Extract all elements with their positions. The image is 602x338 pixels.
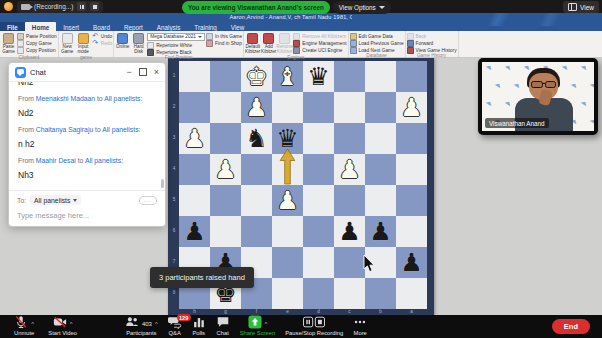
tab-home[interactable]: Home — [25, 22, 57, 31]
clipped-message: Nh2 — [18, 82, 156, 87]
square-h4[interactable] — [179, 154, 210, 185]
square-h6[interactable]: ♟ — [179, 216, 210, 247]
square-a2[interactable]: ♟ — [396, 92, 427, 123]
chat-icon — [15, 67, 26, 78]
view-options-label: View Options — [339, 4, 376, 11]
new-game-icon — [62, 33, 73, 44]
start-video-button[interactable]: ^Start Video — [48, 317, 77, 336]
view-button[interactable]: View — [563, 1, 599, 13]
square-d5[interactable] — [303, 185, 334, 216]
rank-label-4: 4 — [170, 166, 178, 171]
chevron-down-icon — [379, 6, 385, 9]
close-icon[interactable]: × — [154, 68, 159, 76]
sponsor-logo: ◥ — [561, 64, 567, 72]
tab-training[interactable]: Training — [187, 22, 224, 31]
square-e7[interactable] — [272, 247, 303, 278]
white-pawn: ♟ — [241, 92, 272, 123]
maximize-icon[interactable] — [139, 68, 147, 76]
qa-button[interactable]: Q&A129 — [168, 317, 182, 336]
tab-view[interactable]: View — [224, 22, 252, 31]
ribbon-button-paste-position[interactable]: Paste Position — [17, 33, 57, 39]
ribbon-button-copy-game[interactable]: Copy Game — [17, 40, 57, 46]
chat-message-header: From Maahir Desai to All panelists: — [18, 157, 156, 164]
recipient-name[interactable]: All panelists: — [102, 126, 140, 133]
square-e2[interactable] — [272, 92, 303, 123]
square-b5[interactable] — [365, 185, 396, 216]
default-kibitzer-icon — [247, 33, 258, 44]
unmute-button[interactable]: ^Unmute — [14, 317, 34, 336]
square-g3[interactable] — [210, 123, 241, 154]
square-d4[interactable] — [303, 154, 334, 185]
ribbon-button-input-mode[interactable]: Input mode — [76, 32, 91, 55]
glasses — [531, 81, 556, 88]
ribbon-button-add-kibitzer[interactable]: Add Kibitzer — [261, 32, 276, 55]
square-d3[interactable] — [303, 123, 334, 154]
copy-position-icon — [17, 47, 24, 54]
chevron-up-icon[interactable]: ^ — [31, 321, 34, 326]
chat-header[interactable]: Chat − × — [9, 63, 165, 82]
viewing-banner: You are viewing Viswanathan Anand's scre… — [182, 1, 330, 14]
square-c8[interactable] — [334, 278, 365, 309]
ribbon-button-repertoire-white[interactable]: Repertoire White — [147, 42, 205, 48]
ribbon-group-find-position: OnlineHard DiskMega Database 2021Reperto… — [114, 31, 244, 57]
forward-icon — [407, 40, 414, 47]
square-e8[interactable] — [272, 278, 303, 309]
square-a1[interactable] — [396, 61, 427, 92]
square-b6[interactable]: ♟ — [365, 216, 396, 247]
title-bar-decor — [352, 13, 602, 26]
sender-name[interactable]: Chaitanya Sagiraju — [36, 126, 93, 133]
square-h1[interactable] — [179, 61, 210, 92]
zoom-bottom-bar: ^Unmute^Start Video 403^ParticipantsQ&A1… — [0, 315, 602, 338]
chat-message-text: Nh3 — [18, 170, 156, 180]
ribbon-button-find-in-shop[interactable]: Find in Shop — [206, 40, 242, 46]
white-pawn: ♟ — [396, 92, 427, 123]
ribbon-button-load-previous-game[interactable]: Load Previous Game — [350, 40, 404, 46]
square-d8[interactable] — [303, 278, 334, 309]
square-d2[interactable] — [303, 92, 334, 123]
square-a7[interactable]: ♟ — [396, 247, 427, 278]
chevron-up-icon[interactable]: ^ — [155, 321, 158, 326]
redo-icon: ↷ — [92, 40, 99, 46]
video-tile[interactable]: ◥◥◥◥◥◥◥◥◥◥◥◥◥◥◥◥◥◥◥◥◥◥◥◥ Viswanathan Ana… — [478, 58, 598, 135]
add-kibitzer-icon — [263, 33, 274, 44]
participants-button[interactable]: 403^Participants — [125, 317, 158, 336]
chat-footer: To: All panelists ... Type message here.… — [9, 190, 165, 226]
pause-recording-button[interactable] — [77, 2, 86, 11]
square-f5[interactable] — [241, 185, 272, 216]
sponsor-logo: ◥ — [580, 64, 586, 72]
chevron-down-icon — [198, 36, 202, 38]
ribbon-group-clipboard: Paste GamePaste PositionCopy GameCopy Po… — [0, 31, 59, 57]
end-button[interactable]: End — [552, 319, 590, 334]
chat-scrollbar[interactable] — [161, 179, 164, 188]
tab-analysis[interactable]: Analysis — [150, 22, 187, 31]
recording-pill: (Recording...) — [17, 1, 103, 13]
square-a5[interactable] — [396, 185, 427, 216]
square-e1[interactable]: ♝ — [272, 61, 303, 92]
white-bishop: ♝ — [272, 61, 303, 92]
raised-hand-tooltip: 3 participants raised hand — [150, 267, 254, 288]
ribbon-group-engines: Default KibitzerAdd KibitzerRemove Kibit… — [244, 31, 348, 57]
black-queen: ♛ — [303, 61, 334, 92]
chat-message-text: Nd2 — [18, 108, 156, 118]
tab-report[interactable]: Report — [117, 22, 150, 31]
participant-count: 403 — [142, 321, 152, 327]
chat-message-header: From Meenakshi Madaan to All panelists: — [18, 95, 156, 102]
square-b3[interactable] — [365, 123, 396, 154]
square-h2[interactable] — [179, 92, 210, 123]
square-c4[interactable]: ♟ — [334, 154, 365, 185]
sponsor-logo: ◥ — [570, 82, 576, 90]
sponsor-logo: ◥ — [504, 100, 510, 108]
black-pawn: ♟ — [365, 216, 396, 247]
more-button[interactable]: More — [353, 317, 367, 336]
stop-recording-button[interactable] — [90, 2, 99, 11]
square-g5[interactable] — [210, 185, 241, 216]
ribbon-button-back[interactable]: Back — [407, 33, 457, 39]
square-b2[interactable] — [365, 92, 396, 123]
square-c3[interactable] — [334, 123, 365, 154]
chat-button[interactable]: Chat — [216, 317, 230, 336]
sponsor-logo: ◥ — [580, 100, 586, 108]
square-b1[interactable] — [365, 61, 396, 92]
video-feed: ◥◥◥◥◥◥◥◥◥◥◥◥◥◥◥◥◥◥◥◥◥◥◥◥ Viswanathan Ana… — [482, 62, 594, 131]
edit-game-data-icon — [350, 33, 357, 40]
white-pawn: ♟ — [210, 154, 241, 185]
ribbon-button-create-uci-engine[interactable]: Create UCI Engine — [293, 47, 346, 53]
sender-name[interactable]: Meenakshi Madaan — [36, 95, 95, 102]
paste-position-icon — [17, 33, 24, 40]
find-in-shop-icon — [206, 40, 213, 47]
to-label: To: — [17, 197, 26, 204]
participant-name-label: Viswanathan Anand — [485, 118, 549, 128]
chat-panel: Chat − × Nh2 From Meenakshi Madaan to Al… — [8, 62, 166, 227]
square-g2[interactable] — [210, 92, 241, 123]
square-h5[interactable] — [179, 185, 210, 216]
last-move-arrow — [279, 149, 296, 185]
app-title-bar: Aaron,Arvind - Anand,V, ch Tamil Nadu 19… — [0, 13, 602, 22]
square-a4[interactable] — [396, 154, 427, 185]
square-c5[interactable] — [334, 185, 365, 216]
square-b4[interactable] — [365, 154, 396, 185]
sponsor-logo: ◥ — [513, 82, 519, 90]
ribbon-button-paste-game[interactable]: Paste Game — [1, 32, 16, 55]
ribbon-group-game-history: BackForwardView Game HistoryGame History — [406, 31, 459, 57]
remove-all-kibitzers-icon — [293, 33, 300, 40]
recording-cluster: (Recording...) — [4, 1, 103, 12]
black-pawn: ♟ — [179, 216, 210, 247]
white-pawn: ♟ — [179, 123, 210, 154]
rank-label-6: 6 — [170, 228, 178, 233]
chat-more-button[interactable]: ... — [139, 196, 157, 205]
rank-label-7: 7 — [170, 259, 178, 264]
chat-message-header: From Chaitanya Sagiraju to All panelists… — [18, 126, 156, 133]
square-d1[interactable]: ♛ — [303, 61, 334, 92]
in-this-game-icon — [206, 33, 213, 40]
tab-insert[interactable]: Insert — [56, 22, 86, 31]
square-g4[interactable]: ♟ — [210, 154, 241, 185]
chevron-down-icon — [73, 199, 77, 202]
chat-message-text: n h2 — [18, 139, 156, 149]
chevron-up-icon[interactable]: ^ — [265, 321, 268, 326]
square-f2[interactable]: ♟ — [241, 92, 272, 123]
pause-stop-recording-button[interactable]: Pause/Stop Recording — [285, 317, 343, 336]
square-f1[interactable]: ♚ — [241, 61, 272, 92]
ribbon-button-engine-management[interactable]: Engine Management — [293, 40, 346, 46]
square-h3[interactable]: ♟ — [179, 123, 210, 154]
ribbon-button-remove-all-kibitzers[interactable]: Remove All Kibitzers — [293, 33, 346, 39]
ribbon-button-default-kibitzer[interactable]: Default Kibitzer — [245, 32, 260, 55]
square-c1[interactable] — [334, 61, 365, 92]
create-uci-engine-icon — [293, 47, 300, 54]
sponsor-logo: ◥ — [504, 64, 510, 72]
square-d7[interactable] — [303, 247, 334, 278]
white-pawn: ♟ — [334, 154, 365, 185]
square-b8[interactable] — [365, 278, 396, 309]
camera-icon — [21, 4, 30, 10]
sponsor-logo: ◥ — [485, 64, 491, 72]
recipient-value: All panelists — [34, 197, 70, 204]
rank-label-1: 1 — [170, 73, 178, 78]
black-pawn: ♟ — [396, 247, 427, 278]
ribbon-button-redo[interactable]: ↷Redo — [92, 40, 112, 46]
screen: { "zoom_top_bar": { "recording_label": "… — [0, 0, 602, 338]
square-e6[interactable] — [272, 216, 303, 247]
mouse-cursor — [363, 255, 375, 273]
recipient-name[interactable]: All panelists: — [85, 157, 123, 164]
paste-game-icon — [3, 33, 14, 44]
rank-label-2: 2 — [170, 104, 178, 109]
back-icon — [407, 33, 414, 40]
black-knight: ♞ — [241, 123, 272, 154]
sponsor-logo: ◥ — [485, 100, 491, 108]
copy-game-icon — [17, 40, 24, 47]
sponsor-logo: ◥ — [494, 82, 500, 90]
engine-management-icon — [293, 40, 300, 47]
black-pawn: ♟ — [334, 216, 365, 247]
ribbon-button-in-this-game[interactable]: In this Game — [206, 33, 242, 39]
rank-label-5: 5 — [170, 197, 178, 202]
sponsor-logo: ◥ — [589, 82, 594, 90]
square-a6[interactable] — [396, 216, 427, 247]
message-input[interactable]: Type message here... — [17, 211, 157, 220]
square-d6[interactable] — [303, 216, 334, 247]
recipient-dropdown[interactable]: All panelists — [30, 195, 81, 205]
online-icon — [117, 33, 128, 44]
square-a8[interactable] — [396, 278, 427, 309]
rank-label-8: 8 — [170, 290, 178, 295]
sponsor-logo: ◥ — [523, 64, 529, 72]
load-previous-game-icon — [350, 40, 357, 47]
remove-kibitzer-icon — [279, 33, 290, 44]
square-g6[interactable] — [210, 216, 241, 247]
ribbon-dropdown-mega-database-2021[interactable]: Mega Database 2021 — [147, 33, 205, 41]
unread-badge: 129 — [177, 314, 191, 321]
repertoire-white-icon — [147, 42, 154, 49]
square-f3[interactable]: ♞ — [241, 123, 272, 154]
square-c6[interactable]: ♟ — [334, 216, 365, 247]
input-mode-icon — [78, 33, 89, 44]
share-screen-button[interactable]: ^Share Screen — [240, 317, 275, 336]
ribbon-button-edit-game-data[interactable]: Edit Game Data — [350, 33, 404, 39]
tab-board[interactable]: Board — [86, 22, 117, 31]
tab-file[interactable]: File — [0, 22, 25, 31]
app-icon[interactable] — [4, 2, 13, 11]
chevron-up-icon[interactable]: ^ — [70, 321, 73, 326]
ribbon-button-remove-kibitzer[interactable]: Remove Kibitzer — [277, 32, 292, 55]
ribbon-button-copy-position[interactable]: Copy Position — [17, 47, 57, 53]
sponsor-logo: ◥ — [589, 118, 594, 126]
rank-label-3: 3 — [170, 135, 178, 140]
minimize-icon[interactable]: − — [126, 68, 131, 76]
recording-label: (Recording...) — [34, 3, 73, 10]
hard-disk-icon — [133, 33, 144, 44]
layout-view-icon — [568, 3, 577, 11]
square-f4[interactable] — [241, 154, 272, 185]
sender-name[interactable]: Maahir Desai — [36, 157, 76, 164]
recipient-name[interactable]: All panelists: — [104, 95, 142, 102]
ribbon-group-game: New GameInput mode↶Undo↷Redogame — [59, 31, 114, 57]
white-pawn: ♟ — [272, 185, 303, 216]
ribbon-button-forward[interactable]: Forward — [407, 40, 457, 46]
white-king: ♚ — [241, 61, 272, 92]
view-options-button[interactable]: View Options — [333, 1, 391, 14]
square-c2[interactable] — [334, 92, 365, 123]
ribbon-button-hard-disk[interactable]: Hard Disk — [131, 32, 146, 55]
square-g1[interactable] — [210, 61, 241, 92]
square-f6[interactable] — [241, 216, 272, 247]
polls-button[interactable]: Polls — [192, 317, 206, 336]
ribbon: Paste GamePaste PositionCopy GameCopy Po… — [0, 31, 602, 58]
ribbon-group-database: Edit Game DataLoad Previous GameLoad Nex… — [349, 31, 406, 57]
ribbon-button-new-game[interactable]: New Game — [60, 32, 75, 55]
chat-messages[interactable]: Nh2 From Meenakshi Madaan to All panelis… — [9, 82, 165, 190]
square-e5[interactable]: ♟ — [272, 185, 303, 216]
chat-title: Chat — [30, 68, 122, 77]
ribbon-button-online[interactable]: Online — [115, 32, 130, 50]
square-a3[interactable] — [396, 123, 427, 154]
square-c7[interactable] — [334, 247, 365, 278]
view-button-label: View — [580, 4, 594, 11]
